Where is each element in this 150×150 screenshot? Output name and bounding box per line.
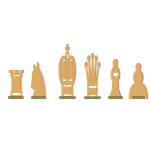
chess-pieces-photo: ♜ ♞ ♚ ♛ ♝ ♟ xyxy=(0,0,150,150)
felt-base xyxy=(132,97,145,99)
chess-piece-queen: ♛ xyxy=(83,53,102,99)
felt-base xyxy=(8,97,23,99)
felt-base xyxy=(31,97,46,99)
king-glyph: ♚ xyxy=(56,36,77,111)
chess-piece-rook: ♜ xyxy=(7,70,24,99)
rook-glyph: ♜ xyxy=(4,66,26,106)
knight-glyph: ♞ xyxy=(26,57,49,108)
chess-piece-bishop: ♝ xyxy=(107,59,124,99)
felt-base xyxy=(59,97,76,99)
felt-base xyxy=(108,97,123,99)
chess-piece-knight: ♞ xyxy=(30,62,47,99)
chess-piece-pawn: ♟ xyxy=(131,72,146,99)
pawn-glyph: ♟ xyxy=(125,58,150,107)
chess-piece-king: ♚ xyxy=(58,44,77,99)
queen-glyph: ♛ xyxy=(82,47,102,110)
felt-base xyxy=(84,97,101,99)
